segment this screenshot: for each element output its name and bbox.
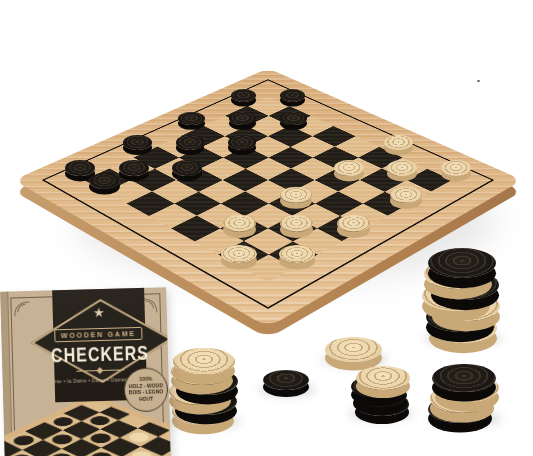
checker-black [175, 388, 237, 415]
board-square [246, 116, 289, 136]
checker-black [176, 368, 238, 395]
checker-wood [429, 313, 497, 343]
checker-wood [441, 160, 471, 176]
checker-wood [172, 398, 234, 425]
badge-line: HOUT [125, 395, 167, 403]
board-square [180, 126, 224, 147]
checker-black [229, 112, 256, 126]
checker-black [123, 135, 151, 150]
box-art-wood-checker [127, 449, 157, 456]
box-art-black-checker [50, 416, 77, 428]
box-art-black-checker [86, 415, 113, 427]
board-square [268, 126, 312, 147]
checker-black [432, 364, 496, 392]
board-square [225, 106, 268, 126]
checker-wood [173, 348, 235, 375]
badge-line: BOIS · LEGNO [125, 388, 167, 396]
board-square [290, 116, 333, 136]
box-art-black-checker [87, 450, 117, 456]
board-square [247, 96, 289, 115]
checker-black [426, 302, 494, 332]
board-square [334, 136, 378, 157]
checker-black [231, 89, 256, 102]
star-icon: ★ [53, 305, 145, 321]
board-square [224, 126, 268, 147]
checker-black [280, 89, 305, 102]
checker-wood [422, 281, 490, 311]
board-square [202, 136, 246, 157]
box-title-checkers: CHECKERS [44, 341, 157, 368]
board-square [268, 106, 311, 126]
checker-black [178, 112, 205, 126]
checker-black [353, 383, 407, 407]
checker-black [280, 112, 307, 126]
checker-wood [435, 374, 499, 402]
checker-black [351, 375, 405, 399]
stack-shadow [169, 415, 241, 428]
board-square [246, 136, 290, 157]
product-photo: ★ WOODEN GAME CHECKERS Dame • la Dame • … [0, 0, 533, 456]
checker-black [355, 392, 409, 416]
board-square [157, 136, 201, 157]
frame-flourish-icon [13, 300, 31, 318]
box-title-wooden-game: WOODEN GAME [54, 327, 142, 342]
board-square [133, 147, 178, 169]
board-ground-shadow [75, 158, 495, 283]
checker-black [428, 395, 492, 423]
box-art-black-checker [10, 434, 38, 448]
board-square [290, 136, 334, 157]
box-art-wood-checker [167, 448, 170, 456]
checker-wood [325, 337, 382, 362]
box-art-black-checker [46, 451, 76, 456]
checker-black [228, 135, 256, 150]
box-art-wood-checker [125, 431, 153, 445]
checker-wood [384, 135, 412, 150]
checker-black [263, 370, 309, 390]
box-art-black-checker [87, 432, 115, 446]
stack-shadow [424, 332, 502, 345]
checker-wood [430, 384, 494, 412]
stack-shadow [428, 412, 502, 425]
dust-speck [477, 80, 480, 82]
checker-wood [432, 292, 500, 322]
checker-wood [356, 366, 410, 390]
product-box: ★ WOODEN GAME CHECKERS Dame • la Dame • … [0, 287, 171, 456]
box-art-black-checker [48, 433, 76, 447]
stack-shadow [321, 353, 388, 366]
stack-shadow [259, 383, 315, 396]
board-square [312, 126, 356, 147]
checker-wood [169, 378, 231, 405]
checker-black [431, 270, 499, 300]
stack-shadow [349, 407, 413, 420]
checker-black [176, 135, 204, 150]
checker-black [65, 160, 95, 176]
checker-wood [171, 358, 233, 385]
box-art-black-checker [6, 453, 36, 456]
board-square [203, 116, 246, 136]
